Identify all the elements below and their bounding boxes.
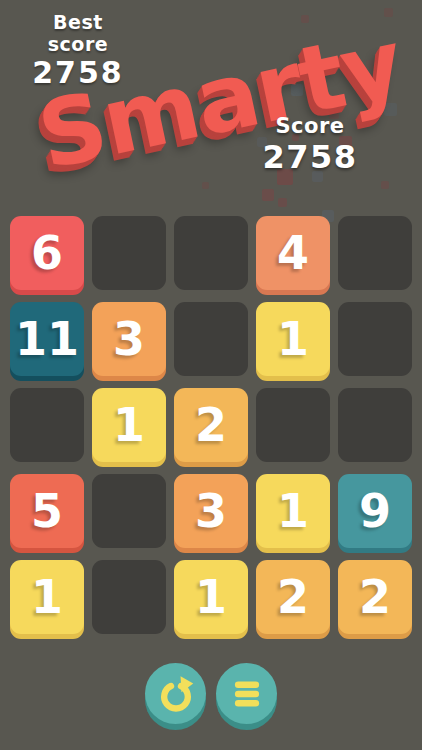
tile-2-r5c5[interactable]: 2 xyxy=(338,560,412,634)
menu-button[interactable] xyxy=(216,663,277,724)
tile-2-r3c3[interactable]: 2 xyxy=(174,388,248,462)
best-score-panel: Best score 2758 xyxy=(18,11,138,90)
tile-1-r4c4[interactable]: 1 xyxy=(256,474,330,548)
empty-cell-r2c5 xyxy=(338,302,412,376)
empty-cell-r3c1 xyxy=(10,388,84,462)
tile-1-r5c1[interactable]: 1 xyxy=(10,560,84,634)
best-score-label: Best score xyxy=(18,11,138,55)
tile-9-r4c5[interactable]: 9 xyxy=(338,474,412,548)
restart-button[interactable] xyxy=(145,663,206,724)
empty-cell-r5c2 xyxy=(92,560,166,634)
restart-icon xyxy=(156,672,196,716)
empty-cell-r1c5 xyxy=(338,216,412,290)
tile-5-r4c1[interactable]: 5 xyxy=(10,474,84,548)
best-score-value: 2758 xyxy=(18,55,138,90)
empty-cell-r2c3 xyxy=(174,302,248,376)
tile-11-r2c1[interactable]: 11 xyxy=(10,302,84,376)
confetti-square xyxy=(381,181,389,189)
score-panel: Score 2758 xyxy=(252,114,368,176)
score-value: 2758 xyxy=(252,138,368,176)
bottom-controls xyxy=(0,663,422,724)
tile-4-r1c4[interactable]: 4 xyxy=(256,216,330,290)
confetti-square xyxy=(278,198,287,207)
score-label: Score xyxy=(252,114,368,138)
confetti-square xyxy=(301,15,309,23)
tile-6-r1c1[interactable]: 6 xyxy=(10,216,84,290)
empty-cell-r3c5 xyxy=(338,388,412,462)
empty-cell-r1c2 xyxy=(92,216,166,290)
empty-cell-r4c2 xyxy=(92,474,166,548)
tile-1-r3c2[interactable]: 1 xyxy=(92,388,166,462)
empty-cell-r1c3 xyxy=(174,216,248,290)
confetti-square xyxy=(262,189,274,201)
board: 6411311253191122 xyxy=(10,216,412,634)
menu-icon xyxy=(228,675,266,713)
tile-3-r4c3[interactable]: 3 xyxy=(174,474,248,548)
tile-3-r2c2[interactable]: 3 xyxy=(92,302,166,376)
confetti-square xyxy=(202,182,209,189)
empty-cell-r3c4 xyxy=(256,388,330,462)
tile-2-r5c4[interactable]: 2 xyxy=(256,560,330,634)
tile-1-r5c3[interactable]: 1 xyxy=(174,560,248,634)
tile-1-r2c4[interactable]: 1 xyxy=(256,302,330,376)
